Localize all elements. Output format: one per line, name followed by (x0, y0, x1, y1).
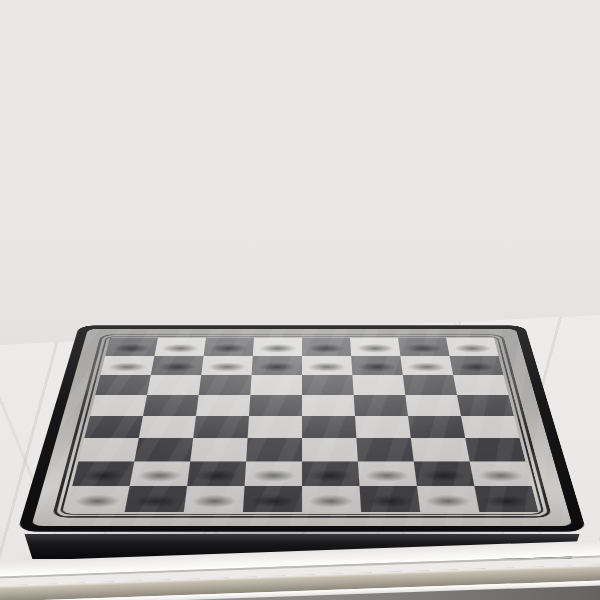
pieces-layer: ♜♞♝♛♚♝♞♜♟♟♟♟♟♟♟♟♟♟♟♟♟♟♟♟♜♞♝♛♚♝♞♜ (66, 338, 539, 512)
chess-board: ♜♞♝♛♚♝♞♜♟♟♟♟♟♟♟♟♟♟♟♟♟♟♟♟♜♞♝♛♚♝♞♜ (17, 325, 587, 531)
board-perspective-scene: ♜♞♝♛♚♝♞♜♟♟♟♟♟♟♟♟♟♟♟♟♟♟♟♟♜♞♝♛♚♝♞♜ (0, 0, 600, 600)
scene: ♜♞♝♛♚♝♞♜♟♟♟♟♟♟♟♟♟♟♟♟♟♟♟♟♜♞♝♛♚♝♞♜ (0, 0, 600, 600)
